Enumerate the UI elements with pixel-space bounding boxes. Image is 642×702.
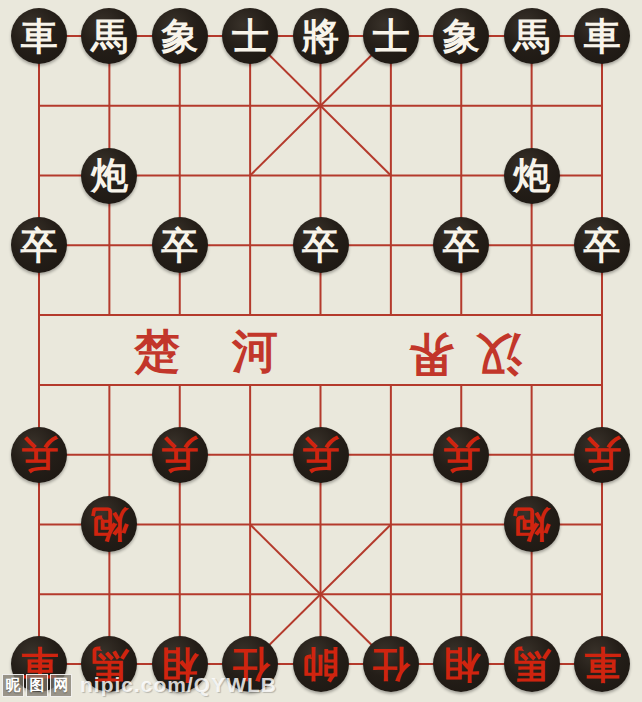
piece-black-8-3[interactable]: 卒 — [574, 217, 630, 273]
river-label-chu-he: 楚河 — [134, 329, 330, 375]
piece-black-6-3[interactable]: 卒 — [433, 217, 489, 273]
piece-red-4-9[interactable]: 帥 — [293, 636, 349, 692]
watermark-logo-char-3: 网 — [50, 674, 72, 697]
watermark: 昵 图 网 nipic.com/QYWLB — [2, 673, 277, 697]
piece-glyph: 卒 — [443, 227, 480, 264]
piece-glyph: 馬 — [513, 646, 550, 683]
piece-glyph: 將 — [302, 18, 339, 55]
watermark-logo-char-1: 昵 — [2, 674, 24, 697]
piece-glyph: 馬 — [91, 18, 128, 55]
piece-black-4-3[interactable]: 卒 — [293, 217, 349, 273]
piece-black-8-0[interactable]: 車 — [574, 8, 630, 64]
piece-red-1-7[interactable]: 炮 — [81, 496, 137, 552]
piece-glyph: 相 — [443, 646, 480, 683]
river-label-han-jie: 汉界 — [392, 331, 522, 377]
piece-glyph: 士 — [232, 18, 269, 55]
piece-glyph: 炮 — [513, 506, 550, 543]
piece-glyph: 車 — [584, 18, 621, 55]
piece-red-2-6[interactable]: 兵 — [152, 427, 208, 483]
piece-red-8-6[interactable]: 兵 — [574, 427, 630, 483]
piece-black-0-3[interactable]: 卒 — [11, 217, 67, 273]
piece-black-6-0[interactable]: 象 — [433, 8, 489, 64]
piece-glyph: 象 — [161, 18, 198, 55]
piece-red-8-9[interactable]: 車 — [574, 636, 630, 692]
piece-red-6-9[interactable]: 相 — [433, 636, 489, 692]
piece-glyph: 卒 — [302, 227, 339, 264]
piece-glyph: 炮 — [513, 157, 550, 194]
piece-glyph: 帥 — [302, 646, 339, 683]
piece-glyph: 卒 — [21, 227, 58, 264]
piece-glyph: 馬 — [513, 18, 550, 55]
piece-glyph: 車 — [21, 18, 58, 55]
piece-black-7-0[interactable]: 馬 — [504, 8, 560, 64]
piece-red-4-6[interactable]: 兵 — [293, 427, 349, 483]
piece-glyph: 炮 — [91, 506, 128, 543]
piece-glyph: 車 — [584, 646, 621, 683]
piece-black-3-0[interactable]: 士 — [222, 8, 278, 64]
piece-black-7-2[interactable]: 炮 — [504, 148, 560, 204]
watermark-logo-char-2: 图 — [26, 674, 48, 697]
piece-black-4-0[interactable]: 將 — [293, 8, 349, 64]
piece-red-6-6[interactable]: 兵 — [433, 427, 489, 483]
piece-glyph: 兵 — [302, 436, 339, 473]
piece-black-0-0[interactable]: 車 — [11, 8, 67, 64]
piece-glyph: 兵 — [21, 436, 58, 473]
piece-glyph: 卒 — [161, 227, 198, 264]
piece-red-7-7[interactable]: 炮 — [504, 496, 560, 552]
piece-red-7-9[interactable]: 馬 — [504, 636, 560, 692]
piece-black-1-2[interactable]: 炮 — [81, 148, 137, 204]
piece-black-2-0[interactable]: 象 — [152, 8, 208, 64]
piece-red-5-9[interactable]: 仕 — [363, 636, 419, 692]
piece-black-2-3[interactable]: 卒 — [152, 217, 208, 273]
piece-black-5-0[interactable]: 士 — [363, 8, 419, 64]
watermark-site-text: nipic.com/QYWLB — [80, 673, 277, 697]
piece-glyph: 仕 — [372, 646, 409, 683]
piece-red-0-6[interactable]: 兵 — [11, 427, 67, 483]
piece-glyph: 卒 — [584, 227, 621, 264]
piece-glyph: 士 — [372, 18, 409, 55]
piece-black-1-0[interactable]: 馬 — [81, 8, 137, 64]
piece-glyph: 炮 — [91, 157, 128, 194]
piece-glyph: 兵 — [443, 436, 480, 473]
piece-glyph: 象 — [443, 18, 480, 55]
xiangqi-board: 車馬象士將士象馬車炮炮卒卒卒卒卒兵兵兵兵兵炮炮車馬相仕帥仕相馬車 楚河 汉界 昵… — [0, 0, 642, 702]
piece-glyph: 兵 — [161, 436, 198, 473]
piece-glyph: 兵 — [584, 436, 621, 473]
